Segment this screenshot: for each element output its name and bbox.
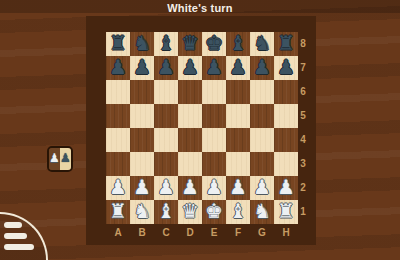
square-b5[interactable] — [130, 104, 154, 128]
piece-white-bishop[interactable]: ♝ — [154, 200, 178, 224]
square-f2[interactable]: ♟ — [226, 176, 250, 200]
square-e1[interactable]: ♚ — [202, 200, 226, 224]
piece-white-pawn[interactable]: ♟ — [154, 176, 178, 200]
square-e8[interactable]: ♚ — [202, 32, 226, 56]
square-e6[interactable] — [202, 80, 226, 104]
rank-label-3: 3 — [296, 152, 310, 176]
menu-bar — [4, 244, 34, 250]
piece-black-pawn[interactable]: ♟ — [202, 56, 226, 80]
square-a7[interactable]: ♟ — [106, 56, 130, 80]
square-a8[interactable]: ♜ — [106, 32, 130, 56]
square-c3[interactable] — [154, 152, 178, 176]
square-b6[interactable] — [130, 80, 154, 104]
rank-label-7: 7 — [296, 56, 310, 80]
square-h6[interactable] — [274, 80, 298, 104]
piece-color-toggle-button[interactable]: ♟ ♟ — [47, 146, 73, 172]
piece-black-pawn[interactable]: ♟ — [106, 56, 130, 80]
piece-black-knight[interactable]: ♞ — [250, 32, 274, 56]
square-a6[interactable] — [106, 80, 130, 104]
piece-black-rook[interactable]: ♜ — [106, 32, 130, 56]
rank-label-8: 8 — [296, 32, 310, 56]
file-label-h: H — [274, 224, 298, 242]
square-b3[interactable] — [130, 152, 154, 176]
square-a3[interactable] — [106, 152, 130, 176]
rank-label-4: 4 — [296, 128, 310, 152]
square-b4[interactable] — [130, 128, 154, 152]
square-e4[interactable] — [202, 128, 226, 152]
piece-white-pawn[interactable]: ♟ — [274, 176, 298, 200]
rank-label-6: 6 — [296, 80, 310, 104]
square-e5[interactable] — [202, 104, 226, 128]
piece-white-pawn[interactable]: ♟ — [106, 176, 130, 200]
piece-black-pawn[interactable]: ♟ — [250, 56, 274, 80]
square-b2[interactable]: ♟ — [130, 176, 154, 200]
square-e2[interactable]: ♟ — [202, 176, 226, 200]
square-e3[interactable] — [202, 152, 226, 176]
piece-black-pawn[interactable]: ♟ — [178, 56, 202, 80]
square-g3[interactable] — [250, 152, 274, 176]
square-f8[interactable]: ♝ — [226, 32, 250, 56]
piece-black-pawn[interactable]: ♟ — [226, 56, 250, 80]
piece-white-king[interactable]: ♚ — [202, 200, 226, 224]
square-b8[interactable]: ♞ — [130, 32, 154, 56]
square-h7[interactable]: ♟ — [274, 56, 298, 80]
rank-labels: 87654321 — [296, 32, 310, 224]
piece-black-rook[interactable]: ♜ — [274, 32, 298, 56]
piece-white-pawn[interactable]: ♟ — [178, 176, 202, 200]
piece-black-king[interactable]: ♚ — [202, 32, 226, 56]
piece-black-pawn[interactable]: ♟ — [154, 56, 178, 80]
square-d6[interactable] — [178, 80, 202, 104]
white-pawn-icon: ♟ — [49, 148, 60, 170]
piece-white-knight[interactable]: ♞ — [130, 200, 154, 224]
black-pawn-icon: ♟ — [60, 148, 71, 170]
square-f4[interactable] — [226, 128, 250, 152]
square-c2[interactable]: ♟ — [154, 176, 178, 200]
square-g1[interactable]: ♞ — [250, 200, 274, 224]
square-d8[interactable]: ♛ — [178, 32, 202, 56]
square-a1[interactable]: ♜ — [106, 200, 130, 224]
piece-black-bishop[interactable]: ♝ — [154, 32, 178, 56]
piece-black-pawn[interactable]: ♟ — [130, 56, 154, 80]
file-label-b: B — [130, 224, 154, 242]
file-label-a: A — [106, 224, 130, 242]
square-d3[interactable] — [178, 152, 202, 176]
square-f3[interactable] — [226, 152, 250, 176]
square-g2[interactable]: ♟ — [250, 176, 274, 200]
piece-black-pawn[interactable]: ♟ — [274, 56, 298, 80]
square-h2[interactable]: ♟ — [274, 176, 298, 200]
piece-black-bishop[interactable]: ♝ — [226, 32, 250, 56]
square-d2[interactable]: ♟ — [178, 176, 202, 200]
piece-black-knight[interactable]: ♞ — [130, 32, 154, 56]
square-c7[interactable]: ♟ — [154, 56, 178, 80]
piece-white-rook[interactable]: ♜ — [274, 200, 298, 224]
piece-white-pawn[interactable]: ♟ — [250, 176, 274, 200]
app: White's turn ♜♞♝♛♚♝♞♜♟♟♟♟♟♟♟♟♟♟♟♟♟♟♟♟♜♞♝… — [0, 0, 400, 260]
square-g5[interactable] — [250, 104, 274, 128]
square-h5[interactable] — [274, 104, 298, 128]
square-a4[interactable] — [106, 128, 130, 152]
piece-white-rook[interactable]: ♜ — [106, 200, 130, 224]
square-c5[interactable] — [154, 104, 178, 128]
square-f5[interactable] — [226, 104, 250, 128]
piece-white-pawn[interactable]: ♟ — [202, 176, 226, 200]
turn-indicator: White's turn — [0, 2, 400, 14]
file-labels: ABCDEFGH — [106, 224, 298, 242]
square-g6[interactable] — [250, 80, 274, 104]
piece-white-queen[interactable]: ♛ — [178, 200, 202, 224]
square-b7[interactable]: ♟ — [130, 56, 154, 80]
piece-black-queen[interactable]: ♛ — [178, 32, 202, 56]
piece-white-pawn[interactable]: ♟ — [226, 176, 250, 200]
square-d4[interactable] — [178, 128, 202, 152]
rank-label-5: 5 — [296, 104, 310, 128]
square-f7[interactable]: ♟ — [226, 56, 250, 80]
square-c6[interactable] — [154, 80, 178, 104]
chess-board: ♜♞♝♛♚♝♞♜♟♟♟♟♟♟♟♟♟♟♟♟♟♟♟♟♜♞♝♛♚♝♞♜ 8765432… — [86, 16, 316, 245]
square-a5[interactable] — [106, 104, 130, 128]
file-label-g: G — [250, 224, 274, 242]
square-g7[interactable]: ♟ — [250, 56, 274, 80]
file-label-c: C — [154, 224, 178, 242]
square-h1[interactable]: ♜ — [274, 200, 298, 224]
square-h8[interactable]: ♜ — [274, 32, 298, 56]
menu-bar — [4, 233, 27, 239]
piece-white-bishop[interactable]: ♝ — [226, 200, 250, 224]
piece-white-knight[interactable]: ♞ — [250, 200, 274, 224]
square-h3[interactable] — [274, 152, 298, 176]
square-c4[interactable] — [154, 128, 178, 152]
square-a2[interactable]: ♟ — [106, 176, 130, 200]
rank-label-2: 2 — [296, 176, 310, 200]
menu-bar — [4, 222, 22, 228]
square-g8[interactable]: ♞ — [250, 32, 274, 56]
square-h4[interactable] — [274, 128, 298, 152]
square-b1[interactable]: ♞ — [130, 200, 154, 224]
square-g4[interactable] — [250, 128, 274, 152]
square-d1[interactable]: ♛ — [178, 200, 202, 224]
file-label-f: F — [226, 224, 250, 242]
square-f6[interactable] — [226, 80, 250, 104]
rank-label-1: 1 — [296, 200, 310, 224]
square-d5[interactable] — [178, 104, 202, 128]
square-d7[interactable]: ♟ — [178, 56, 202, 80]
file-label-e: E — [202, 224, 226, 242]
board-grid: ♜♞♝♛♚♝♞♜♟♟♟♟♟♟♟♟♟♟♟♟♟♟♟♟♜♞♝♛♚♝♞♜ — [106, 32, 298, 224]
square-c8[interactable]: ♝ — [154, 32, 178, 56]
square-c1[interactable]: ♝ — [154, 200, 178, 224]
file-label-d: D — [178, 224, 202, 242]
square-e7[interactable]: ♟ — [202, 56, 226, 80]
square-f1[interactable]: ♝ — [226, 200, 250, 224]
piece-white-pawn[interactable]: ♟ — [130, 176, 154, 200]
